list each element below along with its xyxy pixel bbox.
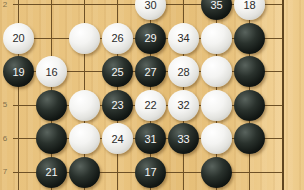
stone-white-move-24[interactable]: 24 [102,123,133,154]
stone-white[interactable] [69,90,100,121]
row-coordinate-label: 7 [0,167,10,177]
move-number: 24 [111,133,123,145]
row-coordinate-label: 6 [0,134,10,144]
stone-white-move-32[interactable]: 32 [168,90,199,121]
stone-black-move-25[interactable]: 25 [102,56,133,87]
move-number: 31 [144,133,156,145]
move-number: 35 [210,0,222,11]
move-number: 26 [111,32,123,44]
move-number: 18 [243,0,255,11]
stone-black-move-35[interactable]: 35 [201,0,232,20]
stone-white[interactable] [201,56,232,87]
move-number: 27 [144,66,156,78]
stone-black-move-23[interactable]: 23 [102,90,133,121]
move-number: 28 [177,66,189,78]
stone-white-move-18[interactable]: 18 [234,0,265,20]
move-number: 29 [144,32,156,44]
move-number: 17 [144,166,156,178]
stone-black-move-21[interactable]: 21 [36,157,67,188]
stone-black-move-27[interactable]: 27 [135,56,166,87]
stone-black[interactable] [234,123,265,154]
stone-black-move-31[interactable]: 31 [135,123,166,154]
stone-black-move-29[interactable]: 29 [135,23,166,54]
stone-black[interactable] [201,157,232,188]
stone-white[interactable] [69,23,100,54]
move-number: 25 [111,66,123,78]
move-number: 32 [177,99,189,111]
move-number: 20 [12,32,24,44]
stone-black[interactable] [234,90,265,121]
move-number: 19 [12,66,24,78]
go-board[interactable]: 2567303518202629341916252728232232243133… [0,0,304,190]
stone-black[interactable] [69,157,100,188]
board-edge-line [282,0,284,190]
stone-white-move-34[interactable]: 34 [168,23,199,54]
stone-white-move-26[interactable]: 26 [102,23,133,54]
row-coordinate-label: 2 [0,0,10,10]
stone-black-move-17[interactable]: 17 [135,157,166,188]
move-number: 16 [45,66,57,78]
move-number: 21 [45,166,57,178]
stone-white-move-16[interactable]: 16 [36,56,67,87]
stone-white[interactable] [201,23,232,54]
stone-white-move-20[interactable]: 20 [3,23,34,54]
move-number: 33 [177,133,189,145]
move-number: 22 [144,99,156,111]
stone-white-move-22[interactable]: 22 [135,90,166,121]
row-coordinate-label: 5 [0,100,10,110]
move-number: 34 [177,32,189,44]
move-number: 30 [144,0,156,11]
stone-white-move-30[interactable]: 30 [135,0,166,20]
move-number: 23 [111,99,123,111]
stone-black[interactable] [234,56,265,87]
stone-black[interactable] [234,23,265,54]
stone-black[interactable] [36,90,67,121]
stone-white[interactable] [201,123,232,154]
stone-white[interactable] [201,90,232,121]
stone-black-move-19[interactable]: 19 [3,56,34,87]
stone-white[interactable] [69,123,100,154]
stone-black-move-33[interactable]: 33 [168,123,199,154]
stone-white-move-28[interactable]: 28 [168,56,199,87]
stone-black[interactable] [36,123,67,154]
